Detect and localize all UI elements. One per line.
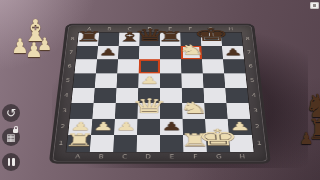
coordinate-label: E [160, 152, 184, 162]
white-knight[interactable]: ♞ [178, 100, 209, 116]
square-d1[interactable] [137, 135, 160, 152]
square-e5[interactable] [160, 73, 182, 88]
square-e6[interactable] [160, 59, 181, 73]
square-d2[interactable] [137, 119, 160, 135]
coordinate-label: 1 [252, 135, 267, 152]
square-c6[interactable] [117, 59, 139, 73]
square-h4[interactable] [225, 88, 248, 103]
square-f6[interactable] [181, 59, 203, 73]
square-b2[interactable]: ♟ [91, 119, 115, 135]
board-grid-icon: ▦ [6, 132, 15, 143]
coordinate-label: H [230, 152, 254, 162]
square-h3[interactable] [226, 103, 250, 119]
coordinate-label: G [207, 152, 231, 162]
white-rook[interactable]: ♜ [179, 132, 211, 149]
square-h7[interactable]: ♟ [222, 46, 244, 60]
square-a6[interactable] [75, 59, 97, 73]
undo-arrow-icon: ↺ [6, 106, 16, 120]
square-f3[interactable]: ♞ [182, 103, 205, 119]
square-e2[interactable]: ♟ [160, 119, 183, 135]
white-pawn[interactable]: ♟ [92, 121, 114, 132]
lock-icon [13, 129, 18, 133]
square-g5[interactable] [203, 73, 226, 88]
square-a8[interactable]: ♜ [77, 33, 99, 46]
chess-app-screen: ABCDEFGH ABCDEFGH 87654321 87654321 ♜♝♛♜… [0, 0, 320, 180]
square-d3[interactable]: ♛ [137, 103, 160, 119]
black-rook[interactable]: ♜ [74, 30, 103, 44]
chess-board: ABCDEFGH ABCDEFGH 87654321 87654321 ♜♝♛♜… [52, 26, 267, 162]
board-squares: ♜♝♛♜♚♟♞♟♟♛♞♟♟♟♟♟♜♜♚ [66, 33, 253, 152]
square-b1[interactable] [90, 135, 114, 152]
coordinate-label: A [65, 152, 89, 162]
white-pawn[interactable]: ♟ [139, 75, 159, 85]
square-c7[interactable] [118, 46, 139, 60]
pause-icon [8, 158, 15, 166]
white-rook[interactable]: ♜ [62, 132, 95, 149]
square-b6[interactable] [96, 59, 118, 73]
square-h1[interactable] [229, 135, 254, 152]
white-queen[interactable]: ♛ [130, 96, 168, 116]
square-b7[interactable]: ♟ [97, 46, 119, 60]
square-f5[interactable] [181, 73, 203, 88]
white-knight[interactable]: ♞ [177, 43, 206, 57]
square-e1[interactable] [160, 135, 183, 152]
coordinate-label: 2 [55, 119, 69, 135]
coordinate-label: 1 [53, 135, 68, 152]
coordinate-label: 4 [59, 88, 73, 103]
square-h5[interactable] [224, 73, 247, 88]
square-g1[interactable]: ♚ [206, 135, 230, 152]
black-pawn[interactable]: ♟ [223, 47, 243, 57]
coordinate-label: 6 [244, 59, 257, 73]
square-a1[interactable]: ♜ [66, 135, 91, 152]
square-d7[interactable] [139, 46, 160, 60]
square-f2[interactable] [183, 119, 206, 135]
coordinate-label: F [183, 152, 207, 162]
square-h2[interactable]: ♟ [228, 119, 252, 135]
coordinate-label: 7 [243, 46, 256, 60]
square-f1[interactable]: ♜ [183, 135, 207, 152]
square-b5[interactable] [95, 73, 118, 88]
white-king[interactable]: ♚ [196, 126, 239, 149]
square-d6[interactable] [139, 59, 160, 73]
black-pawn[interactable]: ♟ [161, 121, 182, 132]
square-h6[interactable] [223, 59, 245, 73]
white-pawn[interactable]: ♟ [69, 121, 91, 132]
coordinate-label: 8 [241, 33, 254, 46]
board-frame: ABCDEFGH ABCDEFGH 87654321 87654321 ♜♝♛♜… [52, 26, 267, 162]
square-c5[interactable] [117, 73, 139, 88]
square-d5[interactable]: ♟ [138, 73, 160, 88]
coordinate-label: 2 [250, 119, 264, 135]
coordinate-label: D [136, 152, 160, 162]
captured-white-pawn: ♟ [37, 36, 52, 53]
square-g6[interactable] [202, 59, 224, 73]
square-g2[interactable] [205, 119, 229, 135]
undo-button[interactable]: ↺ [2, 104, 20, 122]
square-a5[interactable] [73, 73, 96, 88]
square-a4[interactable] [71, 88, 94, 103]
coordinate-label: B [89, 152, 113, 162]
square-a3[interactable] [70, 103, 94, 119]
coordinate-label: C [113, 152, 137, 162]
coordinate-label: 3 [57, 103, 71, 119]
view-lock-button[interactable]: ▦ [2, 128, 20, 146]
black-pawn[interactable]: ♟ [98, 47, 118, 57]
coordinate-label: 4 [247, 88, 261, 103]
corner-overlay-icon[interactable] [310, 2, 319, 9]
white-pawn[interactable]: ♟ [115, 121, 137, 132]
square-c2[interactable]: ♟ [114, 119, 137, 135]
captured-black-pawn: ♟ [299, 131, 313, 147]
coordinate-label: 5 [245, 73, 259, 88]
pause-button[interactable] [2, 153, 20, 171]
square-a2[interactable]: ♟ [68, 119, 92, 135]
square-b3[interactable] [92, 103, 115, 119]
square-a7[interactable] [76, 46, 98, 60]
square-b4[interactable] [94, 88, 117, 103]
coordinate-label: 3 [249, 103, 263, 119]
file-labels-front: ABCDEFGH [65, 152, 254, 162]
square-c1[interactable] [113, 135, 137, 152]
square-f7[interactable]: ♞ [181, 46, 202, 60]
